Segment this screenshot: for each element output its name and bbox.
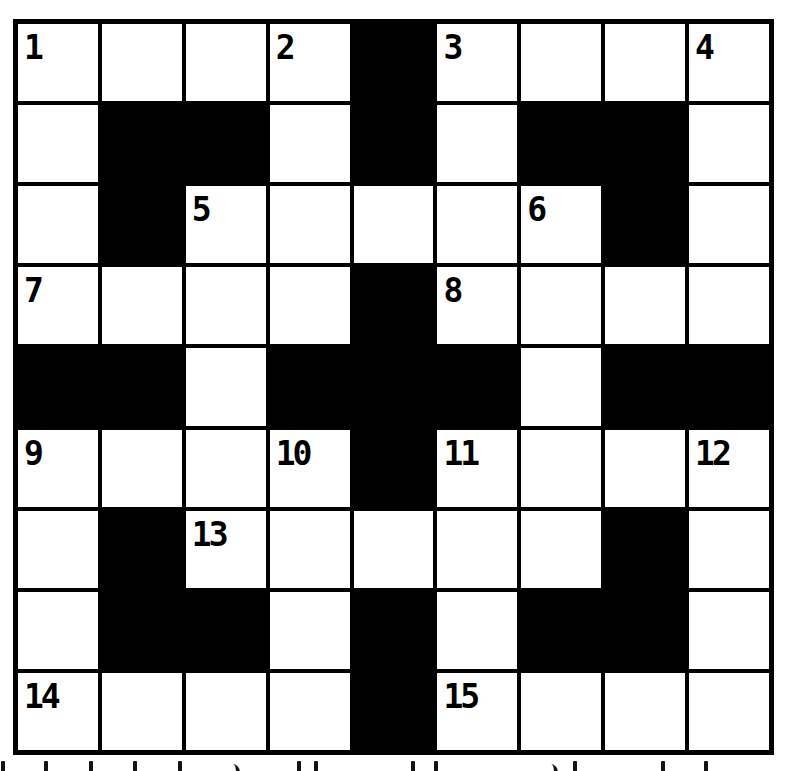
clue-number-13: 13 (192, 518, 226, 551)
cell-r7c9[interactable] (689, 511, 769, 588)
clipped-caption-text (0, 757, 794, 771)
cell-r3c7[interactable]: 6 (521, 186, 601, 263)
cell-r9c6[interactable]: 15 (437, 673, 517, 750)
cell-r7c5[interactable] (354, 511, 434, 588)
cell-r9c4[interactable] (270, 673, 350, 750)
cell-r1c8[interactable] (605, 24, 685, 101)
clue-number-9: 9 (24, 437, 41, 470)
cell-r4c1[interactable]: 7 (18, 267, 98, 344)
cell-r4c8[interactable] (605, 267, 685, 344)
block-r3c8 (605, 186, 685, 263)
cell-r3c3[interactable]: 5 (186, 186, 266, 263)
cell-r6c1[interactable]: 9 (18, 430, 98, 507)
caption-fragment-stroke (411, 761, 415, 771)
cell-r8c9[interactable] (689, 592, 769, 669)
cell-r9c2[interactable] (102, 673, 182, 750)
cell-r7c7[interactable] (521, 511, 601, 588)
block-r5c6 (437, 348, 517, 425)
cell-r8c1[interactable] (18, 592, 98, 669)
block-r5c1 (18, 348, 98, 425)
block-r8c8 (605, 592, 685, 669)
cell-r9c1[interactable]: 14 (18, 673, 98, 750)
block-r2c8 (605, 105, 685, 182)
cell-r1c1[interactable]: 1 (18, 24, 98, 101)
caption-fragment-stroke (661, 761, 665, 771)
clue-number-4: 4 (695, 31, 712, 64)
cell-r1c2[interactable] (102, 24, 182, 101)
cell-r8c4[interactable] (270, 592, 350, 669)
cell-r7c1[interactable] (18, 511, 98, 588)
caption-fragment-stroke (297, 761, 301, 771)
cell-r2c4[interactable] (270, 105, 350, 182)
cell-r9c7[interactable] (521, 673, 601, 750)
cell-r4c2[interactable] (102, 267, 182, 344)
cell-r6c9[interactable]: 12 (689, 430, 769, 507)
clue-number-12: 12 (695, 437, 729, 470)
block-r2c3 (186, 105, 266, 182)
caption-fragment-stroke (178, 761, 182, 771)
cell-r3c9[interactable] (689, 186, 769, 263)
block-r5c8 (605, 348, 685, 425)
cell-r6c2[interactable] (102, 430, 182, 507)
clue-number-2: 2 (276, 31, 293, 64)
clue-number-5: 5 (192, 193, 209, 226)
cell-r9c3[interactable] (186, 673, 266, 750)
caption-fragment-stroke (89, 761, 93, 771)
clue-number-1: 1 (24, 31, 41, 64)
cell-r1c4[interactable]: 2 (270, 24, 350, 101)
block-r8c2 (102, 592, 182, 669)
caption-fragment-stroke (1, 761, 5, 771)
block-r3c2 (102, 186, 182, 263)
clue-number-10: 10 (276, 437, 310, 470)
cell-r6c4[interactable]: 10 (270, 430, 350, 507)
block-r7c2 (102, 511, 182, 588)
block-r2c7 (521, 105, 601, 182)
cell-r7c6[interactable] (437, 511, 517, 588)
cell-r9c9[interactable] (689, 673, 769, 750)
block-r7c8 (605, 511, 685, 588)
caption-fragment-stroke (133, 761, 137, 771)
block-r8c5 (354, 592, 434, 669)
clue-number-11: 11 (443, 437, 477, 470)
clue-number-6: 6 (527, 193, 544, 226)
cell-r8c6[interactable] (437, 592, 517, 669)
cell-r3c4[interactable] (270, 186, 350, 263)
cell-r7c3[interactable]: 13 (186, 511, 266, 588)
block-r9c5 (354, 673, 434, 750)
cell-r1c9[interactable]: 4 (689, 24, 769, 101)
cell-r1c6[interactable]: 3 (437, 24, 517, 101)
cell-r4c6[interactable]: 8 (437, 267, 517, 344)
caption-fragment-paren (546, 763, 558, 771)
caption-fragment-stroke (44, 761, 48, 771)
caption-fragment-stroke (573, 761, 577, 771)
cell-r4c3[interactable] (186, 267, 266, 344)
block-r2c2 (102, 105, 182, 182)
cell-r6c8[interactable] (605, 430, 685, 507)
block-r5c4 (270, 348, 350, 425)
caption-fragment-stroke (704, 761, 708, 771)
cell-r2c1[interactable] (18, 105, 98, 182)
block-r1c5 (354, 24, 434, 101)
cell-r1c3[interactable] (186, 24, 266, 101)
cell-r4c9[interactable] (689, 267, 769, 344)
cell-r3c1[interactable] (18, 186, 98, 263)
block-r5c9 (689, 348, 769, 425)
block-r4c5 (354, 267, 434, 344)
clue-number-15: 15 (443, 680, 477, 713)
block-r5c5 (354, 348, 434, 425)
cell-r4c4[interactable] (270, 267, 350, 344)
cell-r5c3[interactable] (186, 348, 266, 425)
cell-r7c4[interactable] (270, 511, 350, 588)
cell-r2c9[interactable] (689, 105, 769, 182)
cell-r1c7[interactable] (521, 24, 601, 101)
cell-r6c6[interactable]: 11 (437, 430, 517, 507)
cell-r3c6[interactable] (437, 186, 517, 263)
cell-r6c3[interactable] (186, 430, 266, 507)
cell-r9c8[interactable] (605, 673, 685, 750)
clue-number-14: 14 (24, 680, 58, 713)
clue-number-7: 7 (24, 274, 41, 307)
block-r2c5 (354, 105, 434, 182)
block-r6c5 (354, 430, 434, 507)
caption-fragment-stroke (434, 761, 438, 771)
cell-r4c7[interactable] (521, 267, 601, 344)
cell-r3c5[interactable] (354, 186, 434, 263)
crossword-grid: 123456789101112131415 (13, 19, 774, 755)
cell-r6c7[interactable] (521, 430, 601, 507)
caption-fragment-paren (228, 763, 240, 771)
clue-number-8: 8 (443, 274, 460, 307)
clue-number-3: 3 (443, 31, 460, 64)
block-r8c7 (521, 592, 601, 669)
caption-fragment-stroke (314, 761, 318, 771)
block-r8c3 (186, 592, 266, 669)
cell-r2c6[interactable] (437, 105, 517, 182)
block-r5c2 (102, 348, 182, 425)
cell-r5c7[interactable] (521, 348, 601, 425)
